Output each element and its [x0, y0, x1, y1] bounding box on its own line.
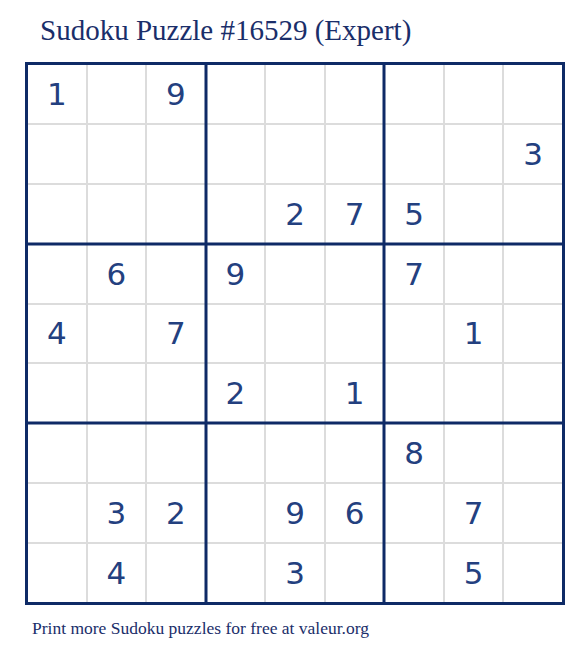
sudoku-cell-empty — [28, 364, 86, 422]
sudoku-cell-empty — [326, 544, 384, 602]
sudoku-page: Sudoku Puzzle #16529 (Expert) 1932756974… — [0, 0, 580, 651]
sudoku-cell-empty — [445, 424, 503, 482]
sudoku-cell-empty — [147, 364, 205, 422]
sudoku-cell-empty — [28, 484, 86, 542]
sudoku-cell-empty — [147, 245, 205, 303]
sudoku-cell-given: 6 — [326, 484, 384, 542]
sudoku-cell-empty — [207, 484, 265, 542]
page-title: Sudoku Puzzle #16529 (Expert) — [40, 13, 411, 47]
sudoku-cell-empty — [504, 424, 562, 482]
sudoku-cell-empty — [266, 364, 324, 422]
sudoku-cell-given: 7 — [326, 185, 384, 243]
sudoku-cell-given: 7 — [147, 305, 205, 363]
sudoku-cell-empty — [88, 424, 146, 482]
sudoku-cell-empty — [385, 544, 443, 602]
sudoku-cell-empty — [207, 185, 265, 243]
sudoku-cell-empty — [445, 65, 503, 123]
sudoku-cell-empty — [504, 305, 562, 363]
sudoku-cell-empty — [88, 305, 146, 363]
sudoku-cell-given: 9 — [207, 245, 265, 303]
sudoku-cell-empty — [445, 125, 503, 183]
sudoku-cell-empty — [28, 544, 86, 602]
sudoku-cell-given: 9 — [147, 65, 205, 123]
sudoku-cell-empty — [326, 305, 384, 363]
sudoku-cell-empty — [28, 245, 86, 303]
sudoku-cell-empty — [207, 125, 265, 183]
sudoku-cell-given: 9 — [266, 484, 324, 542]
sudoku-cell-empty — [326, 424, 384, 482]
sudoku-cell-given: 2 — [266, 185, 324, 243]
sudoku-cell-empty — [445, 245, 503, 303]
sudoku-cell-given: 5 — [385, 185, 443, 243]
sudoku-cell-empty — [504, 185, 562, 243]
sudoku-cell-empty — [504, 484, 562, 542]
sudoku-cell-empty — [266, 424, 324, 482]
sudoku-cell-given: 3 — [88, 484, 146, 542]
sudoku-cell-empty — [504, 364, 562, 422]
sudoku-cell-empty — [147, 125, 205, 183]
sudoku-cell-empty — [266, 65, 324, 123]
sudoku-cell-given: 4 — [28, 305, 86, 363]
sudoku-cell-empty — [385, 65, 443, 123]
sudoku-cell-empty — [88, 364, 146, 422]
sudoku-cell-empty — [207, 424, 265, 482]
sudoku-cell-given: 7 — [445, 484, 503, 542]
sudoku-cell-empty — [445, 185, 503, 243]
sudoku-cell-empty — [207, 65, 265, 123]
sudoku-cell-empty — [445, 364, 503, 422]
sudoku-board: 19327569747121832967435 — [25, 62, 565, 605]
sudoku-cell-empty — [504, 245, 562, 303]
sudoku-cell-given: 2 — [207, 364, 265, 422]
sudoku-cell-empty — [88, 125, 146, 183]
sudoku-cell-empty — [385, 364, 443, 422]
sudoku-cell-empty — [207, 305, 265, 363]
sudoku-cell-empty — [88, 185, 146, 243]
sudoku-cell-given: 1 — [445, 305, 503, 363]
sudoku-grid: 19327569747121832967435 — [28, 65, 562, 602]
sudoku-cell-given: 6 — [88, 245, 146, 303]
sudoku-cell-empty — [147, 185, 205, 243]
sudoku-cell-empty — [207, 544, 265, 602]
sudoku-cell-empty — [28, 424, 86, 482]
sudoku-cell-empty — [147, 544, 205, 602]
sudoku-cell-given: 5 — [445, 544, 503, 602]
footer-text: Print more Sudoku puzzles for free at va… — [32, 618, 369, 639]
sudoku-cell-empty — [385, 125, 443, 183]
sudoku-cell-empty — [266, 245, 324, 303]
sudoku-cell-given: 3 — [504, 125, 562, 183]
sudoku-cell-empty — [28, 185, 86, 243]
sudoku-cell-empty — [385, 305, 443, 363]
sudoku-cell-given: 1 — [326, 364, 384, 422]
sudoku-cell-given: 3 — [266, 544, 324, 602]
sudoku-cell-empty — [326, 65, 384, 123]
sudoku-cell-given: 2 — [147, 484, 205, 542]
sudoku-cell-empty — [88, 65, 146, 123]
sudoku-cell-empty — [147, 424, 205, 482]
sudoku-cell-empty — [266, 125, 324, 183]
sudoku-cell-given: 7 — [385, 245, 443, 303]
sudoku-cell-empty — [504, 544, 562, 602]
sudoku-cell-empty — [326, 245, 384, 303]
sudoku-cell-empty — [504, 65, 562, 123]
sudoku-cell-empty — [266, 305, 324, 363]
sudoku-cell-empty — [28, 125, 86, 183]
sudoku-cell-given: 4 — [88, 544, 146, 602]
sudoku-cell-given: 8 — [385, 424, 443, 482]
sudoku-cell-given: 1 — [28, 65, 86, 123]
sudoku-cell-empty — [326, 125, 384, 183]
sudoku-cell-empty — [385, 484, 443, 542]
